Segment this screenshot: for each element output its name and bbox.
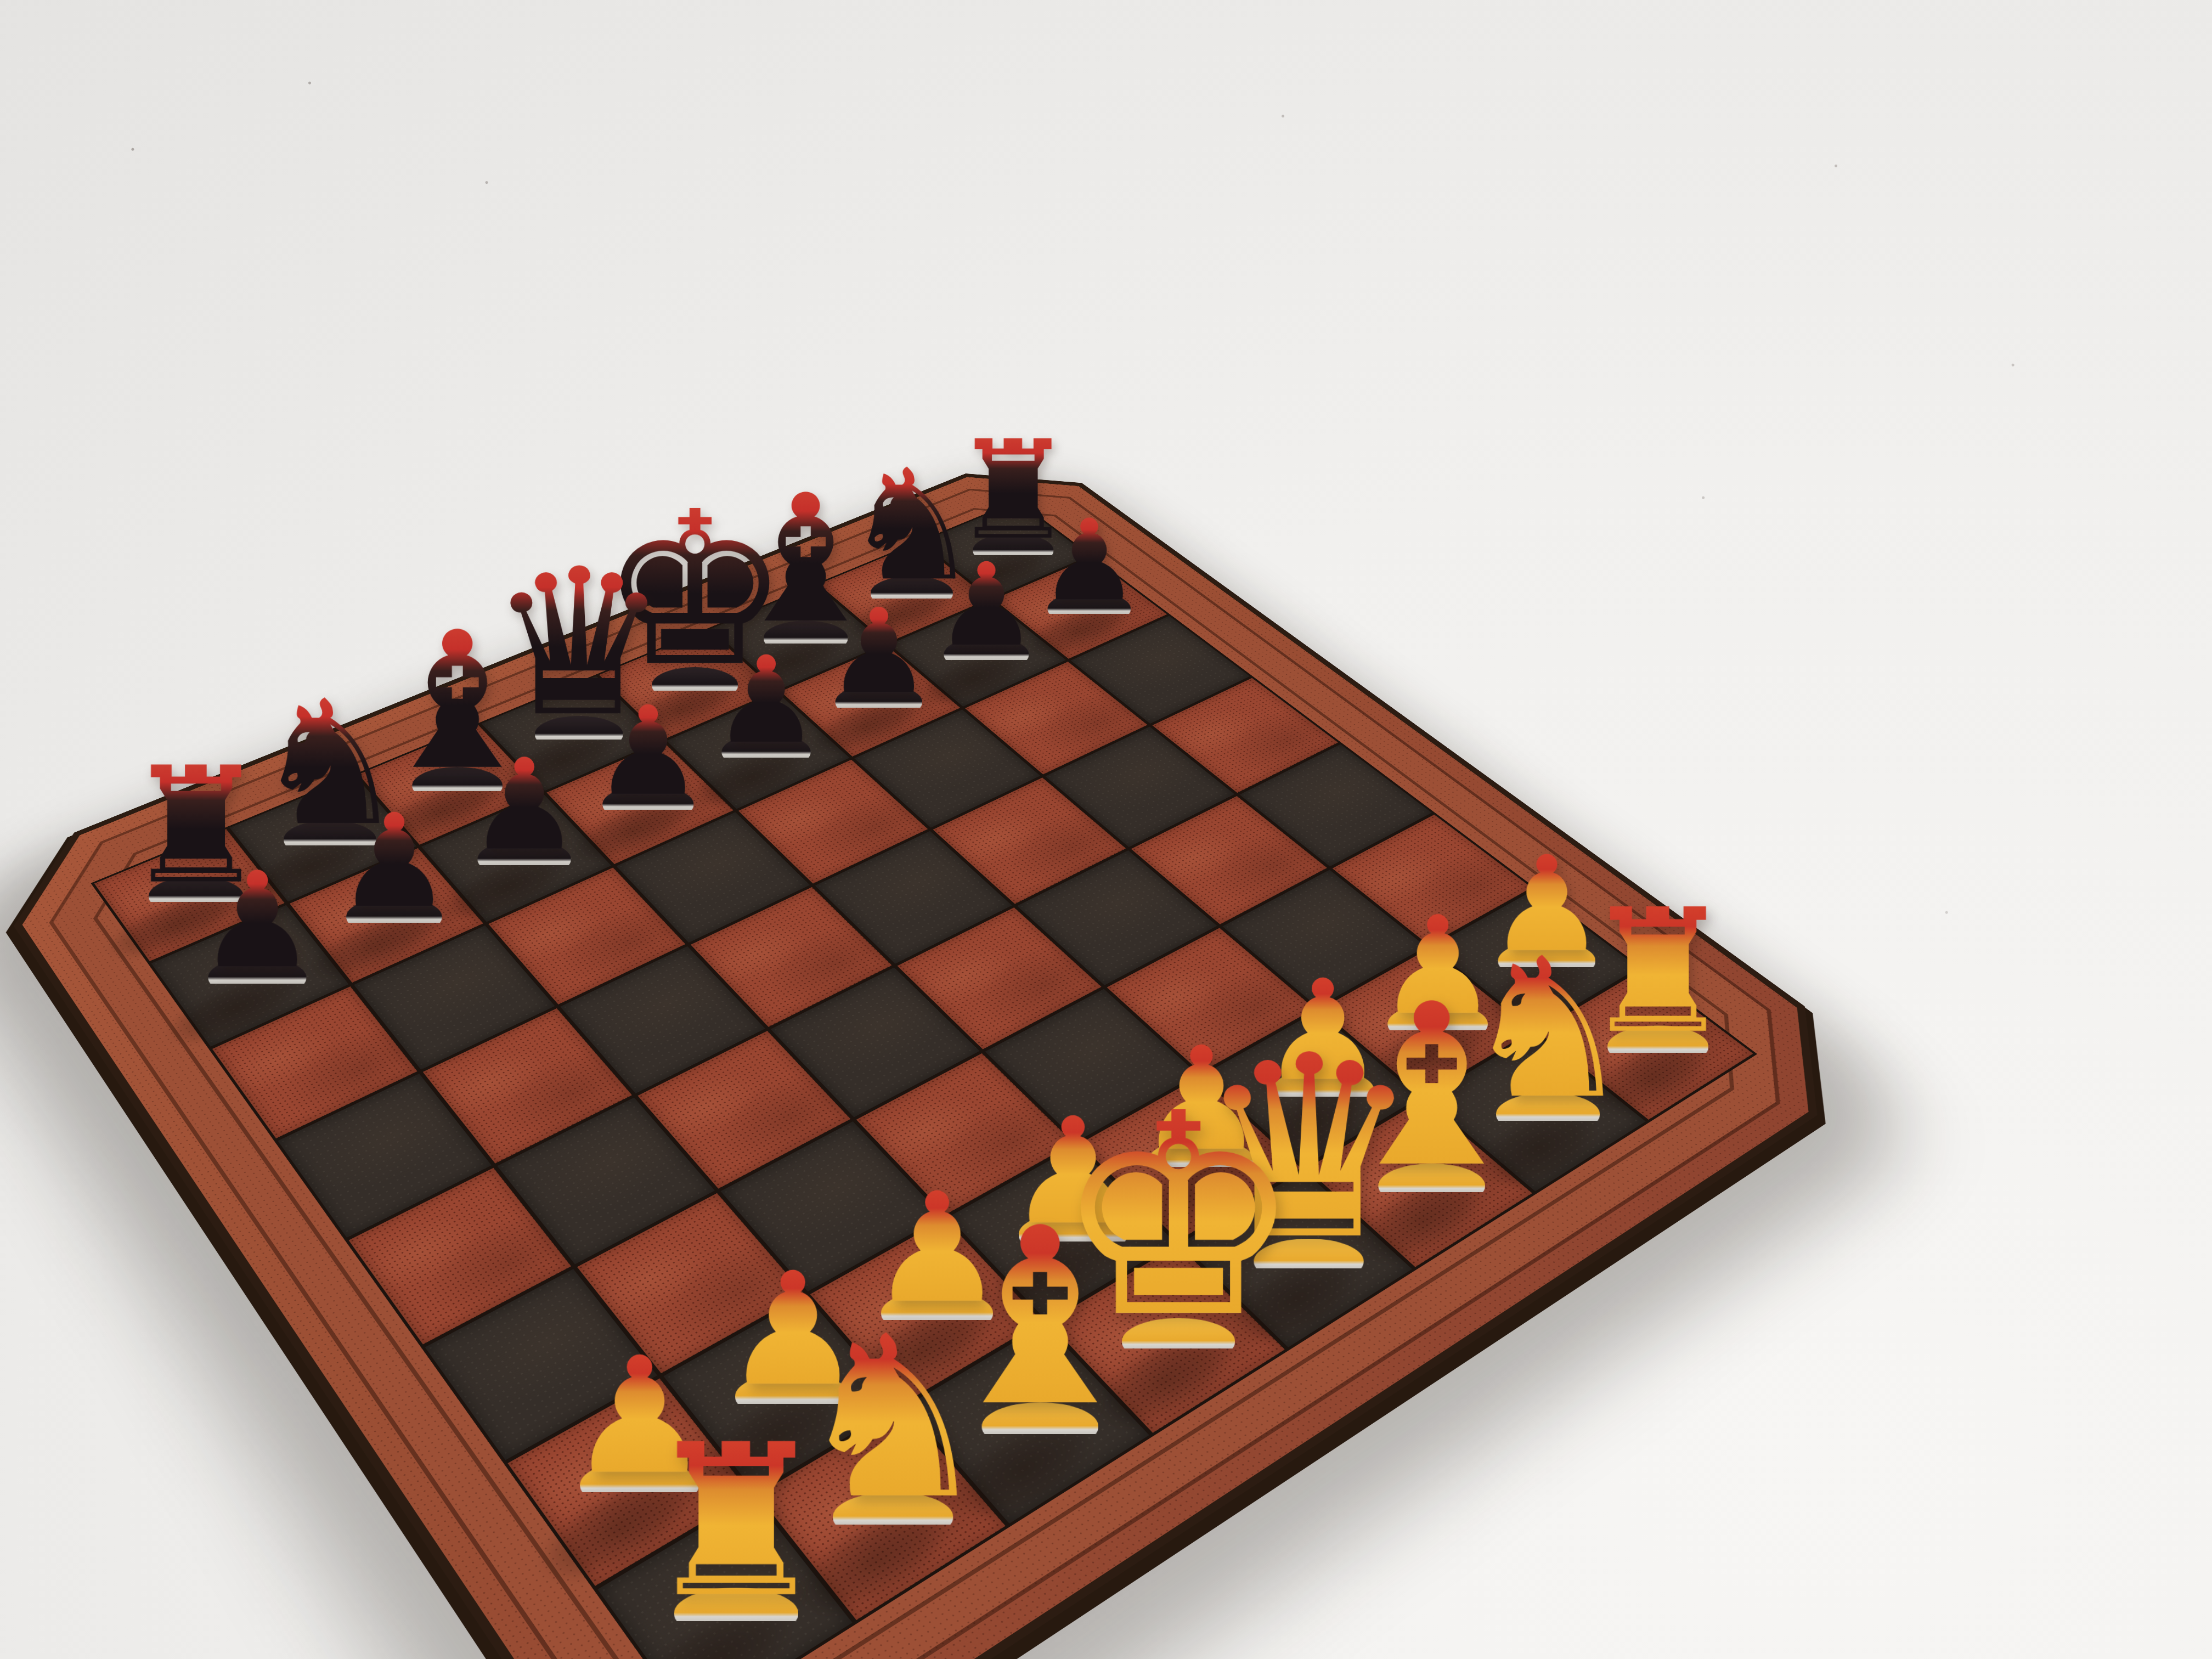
photo: ♜♞♝♛♚♝♞♜♟♟♟♟♟♟♟♟♟♟♟♟♟♟♟♟♜♞♝♚♛♝♞♜ (0, 0, 2212, 1659)
pawn-glyph: ♟ (826, 596, 932, 707)
pawn-glyph: ♟ (336, 800, 452, 923)
piece-black-pawn-a7[interactable]: ♟ (174, 836, 340, 984)
pawn-glyph: ♟ (593, 693, 703, 810)
scene: ♜♞♝♛♚♝♞♜♟♟♟♟♟♟♟♟♟♟♟♟♟♟♟♟♜♞♝♚♛♝♞♜ (0, 0, 2212, 1659)
pawn-glyph: ♟ (467, 745, 580, 865)
pawn-glyph: ♟ (198, 857, 317, 984)
chessboard: ♜♞♝♛♚♝♞♜♟♟♟♟♟♟♟♟♟♟♟♟♟♟♟♟♜♞♝♚♛♝♞♜ (0, 447, 1889, 1659)
rook-glyph: ♜ (642, 1422, 830, 1621)
piece-yellow-rook-a1[interactable]: ♜ (631, 1389, 840, 1621)
pawn-glyph: ♟ (712, 643, 820, 757)
